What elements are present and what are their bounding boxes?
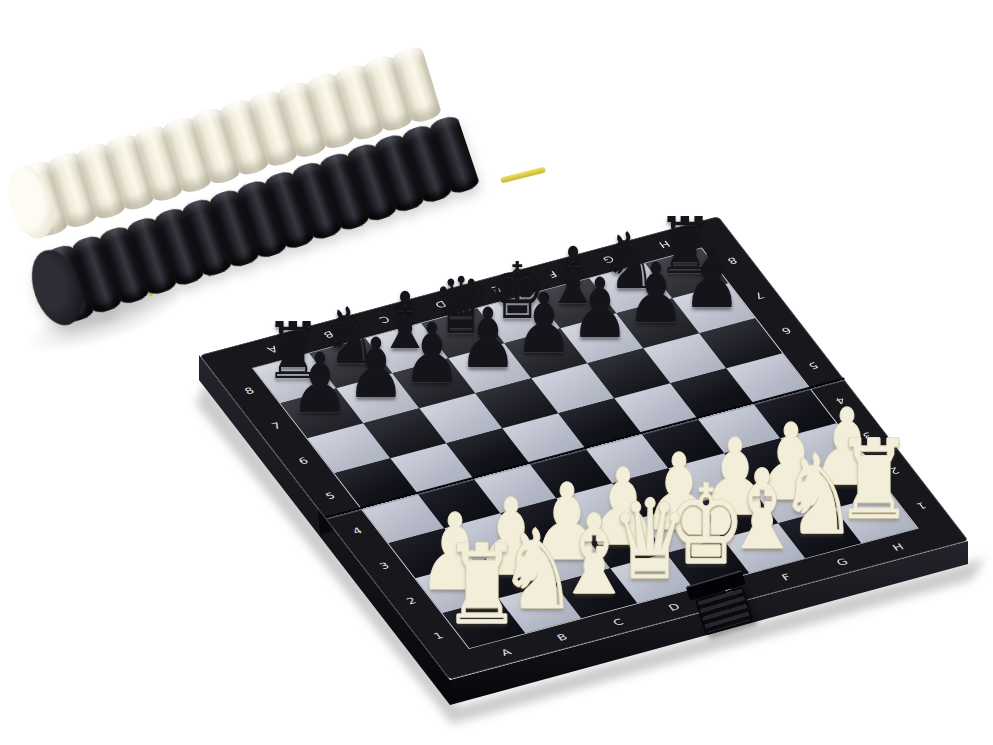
piece-black-pawn-c7[interactable]: ♟ [403, 313, 462, 396]
piece-black-pawn-d7[interactable]: ♟ [459, 298, 518, 381]
piece-black-pawn-a7[interactable]: ♟ [291, 343, 350, 426]
piece-black-pawn-h7[interactable]: ♟ [683, 238, 742, 321]
piece-black-pawn-b7[interactable]: ♟ [347, 328, 406, 411]
piece-black-pawn-f7[interactable]: ♟ [571, 268, 630, 351]
piece-black-pawn-e7[interactable]: ♟ [515, 283, 574, 366]
piece-white-rook-a1[interactable]: ♜ [443, 531, 522, 641]
photo-scene: AABBCCDDEEFFGGHH1122334455667788 ♜♞♝♟♚♟♛… [0, 0, 993, 745]
piece-black-pawn-g7[interactable]: ♟ [627, 253, 686, 336]
